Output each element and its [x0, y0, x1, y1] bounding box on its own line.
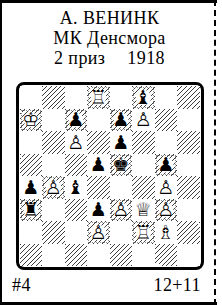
- square-e3: ♙: [110, 199, 133, 222]
- chess-board: ♖♝♔♟♟♙♙♟♟♚♟♟♙♝♙♜♟♙♕♙♙♖♗: [20, 86, 200, 266]
- square-d4: [87, 176, 110, 199]
- square-b7: [42, 109, 65, 132]
- piece-white-queen: ♕: [132, 199, 155, 222]
- square-g8: [155, 86, 178, 109]
- square-d1: [87, 244, 110, 267]
- square-a4: ♟: [20, 176, 43, 199]
- square-e6: ♟: [110, 131, 133, 154]
- square-f7: ♙: [132, 109, 155, 132]
- square-f2: ♖: [132, 221, 155, 244]
- square-f5: [132, 154, 155, 177]
- chess-board-frame: ♖♝♔♟♟♙♙♟♟♚♟♟♙♝♙♜♟♙♕♙♙♖♗: [16, 82, 204, 270]
- square-a3: ♜: [20, 199, 43, 222]
- square-h3: [177, 199, 200, 222]
- square-h8: [177, 86, 200, 109]
- piece-black-pawn: ♟: [87, 154, 110, 177]
- square-b2: [42, 221, 65, 244]
- square-c7: ♟: [65, 109, 88, 132]
- square-b3: [42, 199, 65, 222]
- piece-white-pawn: ♙: [155, 176, 178, 199]
- piece-black-pawn: ♟: [110, 109, 133, 132]
- square-c3: [65, 199, 88, 222]
- square-g6: [155, 131, 178, 154]
- frame-tick: [89, 264, 91, 267]
- stipulation: #4: [12, 275, 31, 296]
- square-g2: ♗: [155, 221, 178, 244]
- square-a6: [20, 131, 43, 154]
- problem-header: А. ВЕНИНК МК Денсмора 2 приз 1918: [2, 3, 217, 68]
- square-a7: ♔: [20, 109, 43, 132]
- square-e5: ♚: [110, 154, 133, 177]
- piece-white-king: ♔: [20, 109, 43, 132]
- piece-white-pawn: ♙: [155, 199, 178, 222]
- piece-white-pawn: ♙: [110, 199, 133, 222]
- square-c5: [65, 154, 88, 177]
- frame-tick: [157, 85, 159, 88]
- frame-tick: [198, 223, 201, 225]
- piece-black-pawn: ♟: [87, 199, 110, 222]
- square-e4: [110, 176, 133, 199]
- square-f6: [132, 131, 155, 154]
- piece-count: 12+11: [154, 275, 201, 296]
- square-c1: [65, 244, 88, 267]
- piece-white-rook: ♖: [132, 221, 155, 244]
- square-d5: ♟: [87, 154, 110, 177]
- square-g7: [155, 109, 178, 132]
- square-b6: [42, 131, 65, 154]
- piece-black-pawn: ♟: [20, 176, 43, 199]
- square-f3: ♕: [132, 199, 155, 222]
- piece-white-pawn: ♙: [87, 221, 110, 244]
- prize-line: 2 приз 1918: [2, 48, 217, 68]
- square-d3: ♟: [87, 199, 110, 222]
- frame-tick: [157, 264, 159, 267]
- square-c4: ♝: [65, 176, 88, 199]
- piece-black-bishop: ♝: [132, 86, 155, 109]
- piece-black-pawn: ♟: [110, 131, 133, 154]
- square-f4: [132, 176, 155, 199]
- tournament-name: МК Денсмора: [2, 28, 217, 48]
- square-a2: [20, 221, 43, 244]
- square-g5: ♟: [155, 154, 178, 177]
- square-h2: [177, 221, 200, 244]
- piece-black-pawn: ♟: [65, 109, 88, 132]
- square-e8: [110, 86, 133, 109]
- square-h5: [177, 154, 200, 177]
- frame-tick: [198, 111, 201, 113]
- square-d2: ♙: [87, 221, 110, 244]
- frame-tick: [19, 156, 22, 158]
- square-f8: ♝: [132, 86, 155, 109]
- piece-black-rook: ♜: [20, 199, 43, 222]
- square-e7: ♟: [110, 109, 133, 132]
- square-c6: ♙: [65, 131, 88, 154]
- square-b1: [42, 244, 65, 267]
- square-h6: [177, 131, 200, 154]
- frame-tick: [19, 111, 22, 113]
- square-a5: [20, 154, 43, 177]
- square-g3: ♙: [155, 199, 178, 222]
- square-e2: [110, 221, 133, 244]
- square-h4: [177, 176, 200, 199]
- square-b5: [42, 154, 65, 177]
- square-f1: [132, 244, 155, 267]
- piece-black-bishop: ♝: [65, 176, 88, 199]
- square-e1: [110, 244, 133, 267]
- prize-label: 2 приз: [54, 48, 105, 68]
- square-g4: ♙: [155, 176, 178, 199]
- piece-white-pawn: ♙: [42, 176, 65, 199]
- piece-white-pawn: ♙: [132, 109, 155, 132]
- square-d6: [87, 131, 110, 154]
- year-label: 1918: [127, 48, 165, 68]
- square-h7: [177, 109, 200, 132]
- square-d8: ♖: [87, 86, 110, 109]
- square-c8: [65, 86, 88, 109]
- square-h1: [177, 244, 200, 267]
- square-b4: ♙: [42, 176, 65, 199]
- page-cut-line: [214, 0, 216, 305]
- piece-black-pawn: ♟: [155, 154, 178, 177]
- composer-name: А. ВЕНИНК: [2, 8, 217, 28]
- square-g1: [155, 244, 178, 267]
- piece-white-rook: ♖: [87, 86, 110, 109]
- square-d7: [87, 109, 110, 132]
- diagram-card: А. ВЕНИНК МК Денсмора 2 приз 1918 ♖♝♔♟♟♙…: [0, 0, 217, 305]
- piece-white-pawn: ♙: [65, 131, 88, 154]
- square-a1: [20, 244, 43, 267]
- square-a8: [20, 86, 43, 109]
- piece-white-bishop: ♗: [155, 221, 178, 244]
- problem-caption: #4 12+11: [2, 270, 217, 296]
- frame-tick: [89, 85, 91, 88]
- square-c2: [65, 221, 88, 244]
- square-b8: [42, 86, 65, 109]
- piece-black-king: ♚: [110, 154, 133, 177]
